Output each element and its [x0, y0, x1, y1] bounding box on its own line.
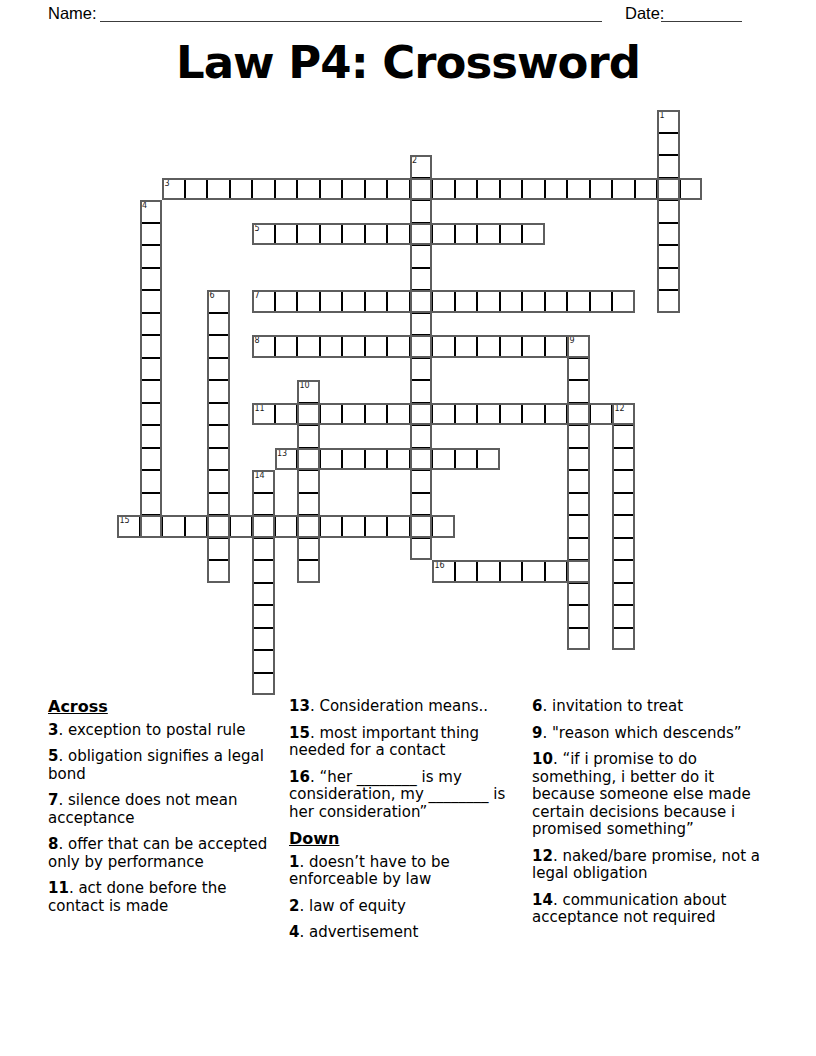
date-label: Date:	[625, 4, 664, 23]
grid-cell[interactable]	[297, 403, 320, 426]
grid-cell[interactable]	[567, 628, 590, 651]
grid-cell[interactable]	[432, 290, 455, 313]
grid-cell[interactable]	[207, 515, 230, 538]
clue-number: 7	[48, 791, 58, 809]
grid-cell[interactable]: 12	[612, 403, 635, 426]
grid-cell[interactable]	[297, 335, 320, 358]
grid-cell[interactable]	[455, 178, 478, 201]
grid-cell[interactable]	[410, 335, 433, 358]
grid-cell[interactable]	[410, 380, 433, 403]
grid-cell[interactable]	[500, 403, 523, 426]
grid-cell[interactable]	[207, 560, 230, 583]
grid-cell[interactable]	[207, 178, 230, 201]
grid-cell[interactable]	[657, 268, 680, 291]
grid-cell[interactable]	[477, 178, 500, 201]
grid-cell[interactable]	[500, 223, 523, 246]
clue-number: 14	[532, 891, 553, 909]
grid-cell[interactable]	[342, 290, 365, 313]
clue-number: 9	[532, 724, 542, 742]
grid-cell[interactable]	[410, 470, 433, 493]
grid-cell[interactable]	[567, 515, 590, 538]
grid-cell[interactable]	[365, 335, 388, 358]
grid-cell[interactable]	[590, 403, 613, 426]
grid-cell[interactable]	[432, 178, 455, 201]
grid-cell[interactable]	[162, 515, 185, 538]
grid-cell[interactable]	[612, 605, 635, 628]
clue-5-across: 5. obligation signifies a legal bond	[48, 748, 270, 783]
grid-cell[interactable]	[140, 223, 163, 246]
grid-cell[interactable]	[365, 448, 388, 471]
grid-cell[interactable]	[522, 560, 545, 583]
grid-cell[interactable]	[410, 515, 433, 538]
grid-cell[interactable]	[612, 515, 635, 538]
grid-cell[interactable]	[342, 448, 365, 471]
grid-cell[interactable]	[612, 560, 635, 583]
clue-number: 6	[532, 697, 542, 715]
cell-number: 5	[255, 224, 260, 233]
crossword-grid: 12345678910111213141516	[117, 110, 702, 695]
grid-cell[interactable]	[590, 178, 613, 201]
grid-cell[interactable]	[387, 290, 410, 313]
grid-cell[interactable]	[320, 290, 343, 313]
grid-cell[interactable]	[275, 223, 298, 246]
grid-cell[interactable]	[387, 403, 410, 426]
clue-10-down: 10. “if i promise to do something, i bet…	[532, 751, 770, 839]
grid-cell[interactable]	[657, 155, 680, 178]
clue-6-down: 6. invitation to treat	[532, 698, 770, 716]
grid-cell[interactable]	[207, 538, 230, 561]
clue-number: 4	[289, 923, 299, 941]
grid-cell[interactable]	[365, 290, 388, 313]
grid-cell[interactable]	[410, 223, 433, 246]
cell-number: 3	[165, 179, 170, 188]
grid-cell[interactable]	[545, 335, 568, 358]
cell-number: 6	[210, 291, 215, 300]
grid-cell[interactable]	[567, 290, 590, 313]
grid-cell[interactable]	[365, 223, 388, 246]
clue-12-down: 12. naked/bare promise, not a legal obli…	[532, 848, 770, 883]
down-clues-part1: 1. doesn’t have to be enforceable by law…	[289, 854, 529, 942]
grid-cell[interactable]	[140, 470, 163, 493]
grid-cell[interactable]	[522, 223, 545, 246]
grid-cell[interactable]	[387, 448, 410, 471]
cell-number: 14	[255, 471, 265, 480]
clue-number: 13	[289, 697, 310, 715]
grid-cell[interactable]	[657, 290, 680, 313]
name-input-line[interactable]	[100, 21, 602, 22]
grid-cell[interactable]: 2	[410, 155, 433, 178]
grid-cell[interactable]	[140, 313, 163, 336]
grid-cell[interactable]	[612, 290, 635, 313]
clue-number: 3	[48, 721, 58, 739]
cell-number: 11	[255, 404, 265, 413]
grid-cell[interactable]: 15	[117, 515, 140, 538]
grid-cell[interactable]: 10	[297, 380, 320, 403]
grid-cell[interactable]	[567, 425, 590, 448]
cell-number: 10	[300, 381, 310, 390]
grid-cell[interactable]	[387, 335, 410, 358]
grid-cell[interactable]	[185, 515, 208, 538]
grid-cell[interactable]	[432, 515, 455, 538]
grid-cell[interactable]	[342, 178, 365, 201]
across-clues-part1: 3. exception to postal rule5. obligation…	[48, 722, 270, 916]
grid-cell[interactable]	[297, 470, 320, 493]
grid-cell[interactable]	[207, 448, 230, 471]
clue-3-across: 3. exception to postal rule	[48, 722, 270, 740]
grid-cell[interactable]	[477, 560, 500, 583]
grid-cell[interactable]	[207, 470, 230, 493]
grid-cell[interactable]	[297, 493, 320, 516]
grid-cell[interactable]	[522, 403, 545, 426]
grid-cell[interactable]	[387, 223, 410, 246]
clue-13-across: 13. Consideration means..	[289, 698, 529, 716]
grid-cell[interactable]	[477, 403, 500, 426]
grid-cell[interactable]	[657, 245, 680, 268]
grid-cell[interactable]	[477, 290, 500, 313]
grid-cell[interactable]	[140, 268, 163, 291]
clue-16-across: 16. “her ________ is my consideration, m…	[289, 769, 529, 822]
grid-cell[interactable]	[567, 538, 590, 561]
cell-number: 8	[255, 336, 260, 345]
grid-cell[interactable]	[567, 358, 590, 381]
clue-2-down: 2. law of equity	[289, 898, 529, 916]
grid-cell[interactable]	[500, 178, 523, 201]
grid-cell[interactable]	[567, 583, 590, 606]
cell-number: 16	[435, 561, 445, 570]
grid-cell[interactable]	[275, 335, 298, 358]
grid-cell[interactable]	[365, 403, 388, 426]
clue-8-across: 8. offer that can be accepted only by pe…	[48, 836, 270, 871]
grid-cell[interactable]	[635, 178, 658, 201]
grid-cell[interactable]	[612, 470, 635, 493]
grid-cell[interactable]	[567, 605, 590, 628]
grid-cell[interactable]	[320, 403, 343, 426]
clue-number: 2	[289, 897, 299, 915]
grid-cell[interactable]	[567, 178, 590, 201]
grid-cell[interactable]	[410, 425, 433, 448]
grid-cell[interactable]	[522, 290, 545, 313]
grid-cell[interactable]	[320, 178, 343, 201]
grid-cell[interactable]	[432, 223, 455, 246]
grid-cell[interactable]	[612, 493, 635, 516]
grid-cell[interactable]	[207, 358, 230, 381]
grid-cell[interactable]	[567, 560, 590, 583]
grid-cell[interactable]	[230, 178, 253, 201]
clue-4-down: 4. advertisement	[289, 924, 529, 942]
grid-cell[interactable]: 14	[252, 470, 275, 493]
grid-cell[interactable]	[140, 515, 163, 538]
grid-cell[interactable]	[297, 560, 320, 583]
grid-cell[interactable]	[252, 178, 275, 201]
grid-cell[interactable]	[207, 403, 230, 426]
grid-cell[interactable]	[365, 178, 388, 201]
grid-cell[interactable]: 9	[567, 335, 590, 358]
grid-cell[interactable]	[522, 178, 545, 201]
clue-1-down: 1. doesn’t have to be enforceable by law	[289, 854, 529, 889]
grid-cell[interactable]	[140, 380, 163, 403]
date-input-line[interactable]	[661, 21, 742, 22]
cell-number: 12	[615, 404, 625, 413]
clue-number: 11	[48, 879, 69, 897]
grid-cell[interactable]	[432, 335, 455, 358]
grid-cell[interactable]	[342, 223, 365, 246]
grid-cell[interactable]	[140, 290, 163, 313]
clue-15-across: 15. most important thing needed for a co…	[289, 725, 529, 760]
grid-cell[interactable]	[612, 538, 635, 561]
grid-cell[interactable]	[545, 403, 568, 426]
grid-cell[interactable]: 1	[657, 110, 680, 133]
grid-cell[interactable]	[522, 335, 545, 358]
grid-cell[interactable]	[252, 673, 275, 696]
grid-cell[interactable]	[275, 178, 298, 201]
grid-cell[interactable]	[140, 403, 163, 426]
clue-14-down: 14. communication about acceptance not r…	[532, 892, 770, 927]
grid-cell[interactable]	[500, 290, 523, 313]
grid-cell[interactable]	[455, 403, 478, 426]
grid-cell[interactable]	[567, 470, 590, 493]
grid-cell[interactable]	[657, 223, 680, 246]
clue-number: 10	[532, 750, 553, 768]
clue-number: 12	[532, 847, 553, 865]
grid-cell[interactable]	[612, 178, 635, 201]
cell-number: 1	[660, 111, 665, 120]
grid-cell[interactable]	[567, 380, 590, 403]
grid-cell[interactable]	[207, 380, 230, 403]
grid-cell[interactable]	[545, 178, 568, 201]
clue-number: 8	[48, 835, 58, 853]
down-clues-part2: 6. invitation to treat9. "reason which d…	[532, 698, 770, 927]
grid-cell[interactable]	[410, 245, 433, 268]
grid-cell[interactable]	[207, 425, 230, 448]
clue-number: 1	[289, 853, 299, 871]
grid-cell[interactable]	[612, 425, 635, 448]
grid-cell[interactable]	[320, 223, 343, 246]
clue-number: 16	[289, 768, 310, 786]
grid-cell[interactable]	[275, 290, 298, 313]
grid-cell[interactable]	[297, 425, 320, 448]
grid-cell[interactable]	[387, 178, 410, 201]
grid-cell[interactable]	[410, 200, 433, 223]
grid-cell[interactable]	[207, 335, 230, 358]
grid-cell[interactable]	[657, 178, 680, 201]
grid-cell[interactable]	[275, 403, 298, 426]
grid-cell[interactable]	[410, 290, 433, 313]
grid-cell[interactable]	[297, 538, 320, 561]
clues-column-middle: 13. Consideration means..15. most import…	[289, 698, 529, 951]
grid-cell[interactable]: 5	[252, 223, 275, 246]
grid-cell[interactable]	[477, 335, 500, 358]
down-header: Down	[289, 830, 529, 848]
cell-number: 13	[277, 449, 287, 458]
grid-cell[interactable]	[410, 448, 433, 471]
grid-cell[interactable]	[545, 290, 568, 313]
clue-11-across: 11. act done before the contact is made	[48, 880, 270, 915]
grid-cell[interactable]	[365, 515, 388, 538]
grid-cell[interactable]	[410, 538, 433, 561]
grid-cell[interactable]	[230, 515, 253, 538]
cell-number: 2	[412, 156, 417, 165]
grid-cell[interactable]	[297, 223, 320, 246]
grid-cell[interactable]	[612, 628, 635, 651]
cell-number: 9	[570, 336, 575, 345]
grid-cell[interactable]	[500, 560, 523, 583]
grid-cell[interactable]: 16	[432, 560, 455, 583]
grid-cell[interactable]	[410, 313, 433, 336]
grid-cell[interactable]	[410, 358, 433, 381]
grid-cell[interactable]	[140, 358, 163, 381]
grid-cell[interactable]	[252, 515, 275, 538]
grid-cell[interactable]	[275, 515, 298, 538]
cell-number: 15	[120, 516, 130, 525]
grid-cell[interactable]	[252, 538, 275, 561]
grid-cell[interactable]	[680, 178, 703, 201]
clue-9-down: 9. "reason which descends”	[532, 725, 770, 743]
grid-cell[interactable]	[567, 403, 590, 426]
grid-cell[interactable]	[252, 650, 275, 673]
grid-cell[interactable]	[432, 448, 455, 471]
clues-column-left: Across 3. exception to postal rule5. obl…	[48, 698, 270, 924]
grid-cell[interactable]	[320, 448, 343, 471]
grid-cell[interactable]	[252, 605, 275, 628]
grid-cell[interactable]	[410, 493, 433, 516]
grid-cell[interactable]	[432, 403, 455, 426]
page-title: Law P4: Crossword	[0, 38, 816, 88]
grid-cell[interactable]	[207, 313, 230, 336]
grid-cell[interactable]	[657, 200, 680, 223]
grid-cell[interactable]: 4	[140, 200, 163, 223]
grid-cell[interactable]: 11	[252, 403, 275, 426]
grid-cell[interactable]	[342, 515, 365, 538]
grid-cell[interactable]	[455, 290, 478, 313]
grid-cell[interactable]: 7	[252, 290, 275, 313]
clue-7-across: 7. silence does not mean acceptance	[48, 792, 270, 827]
clues-column-right: 6. invitation to treat9. "reason which d…	[532, 698, 770, 936]
grid-cell[interactable]	[140, 245, 163, 268]
grid-cell[interactable]	[297, 290, 320, 313]
grid-cell[interactable]	[612, 583, 635, 606]
name-label: Name:	[48, 4, 97, 23]
grid-cell[interactable]: 8	[252, 335, 275, 358]
grid-cell[interactable]	[612, 448, 635, 471]
grid-cell[interactable]	[297, 448, 320, 471]
grid-cell[interactable]	[567, 448, 590, 471]
grid-cell[interactable]	[455, 335, 478, 358]
grid-cell[interactable]	[387, 515, 410, 538]
grid-cell[interactable]	[410, 403, 433, 426]
grid-cell[interactable]	[455, 223, 478, 246]
grid-cell[interactable]	[567, 493, 590, 516]
grid-cell[interactable]	[140, 448, 163, 471]
grid-cell[interactable]	[252, 583, 275, 606]
grid-cell[interactable]: 6	[207, 290, 230, 313]
grid-cell[interactable]	[185, 178, 208, 201]
grid-cell[interactable]	[252, 560, 275, 583]
grid-cell[interactable]	[342, 403, 365, 426]
across-clues-part2: 13. Consideration means..15. most import…	[289, 698, 529, 821]
grid-cell[interactable]	[477, 448, 500, 471]
grid-cell[interactable]	[410, 268, 433, 291]
grid-cell[interactable]	[455, 560, 478, 583]
clue-number: 15	[289, 724, 310, 742]
grid-cell[interactable]	[657, 133, 680, 156]
grid-cell[interactable]	[320, 335, 343, 358]
grid-cell[interactable]	[297, 178, 320, 201]
grid-cell[interactable]	[252, 628, 275, 651]
cell-number: 7	[255, 291, 260, 300]
grid-cell[interactable]	[455, 448, 478, 471]
grid-cell[interactable]	[320, 515, 343, 538]
grid-cell[interactable]	[140, 493, 163, 516]
grid-cell[interactable]	[545, 560, 568, 583]
grid-cell[interactable]	[500, 335, 523, 358]
clue-number: 5	[48, 747, 58, 765]
grid-cell[interactable]	[297, 515, 320, 538]
grid-cell[interactable]	[252, 493, 275, 516]
grid-cell[interactable]	[140, 335, 163, 358]
grid-cell[interactable]	[207, 493, 230, 516]
across-header: Across	[48, 698, 270, 716]
grid-cell[interactable]	[342, 335, 365, 358]
grid-cell[interactable]	[410, 178, 433, 201]
grid-cell[interactable]	[140, 425, 163, 448]
grid-cell[interactable]	[590, 290, 613, 313]
cell-number: 4	[142, 201, 147, 210]
grid-cell[interactable]: 3	[162, 178, 185, 201]
grid-cell[interactable]	[477, 223, 500, 246]
grid-cell[interactable]: 13	[275, 448, 298, 471]
